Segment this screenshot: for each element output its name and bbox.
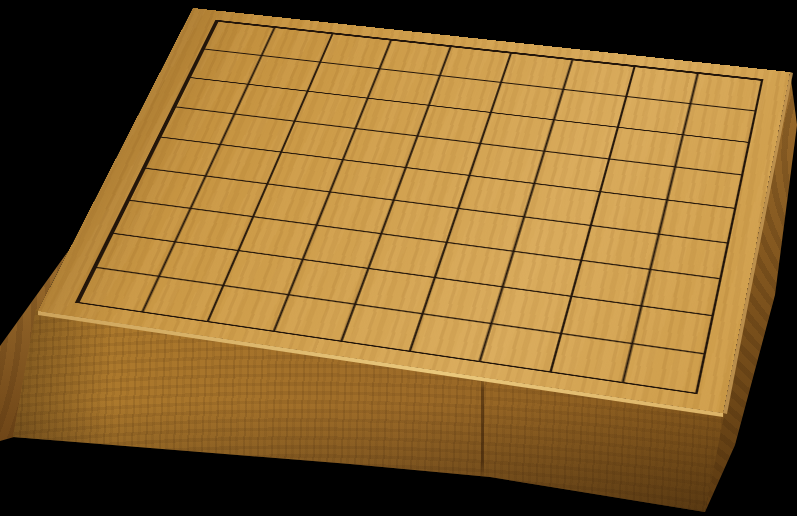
- square-5i[interactable]: [340, 304, 421, 351]
- square-4i[interactable]: [409, 313, 490, 361]
- square-3i[interactable]: [479, 323, 561, 371]
- front-face-joint-line: [481, 375, 484, 479]
- shogi-board-photo: [0, 0, 797, 516]
